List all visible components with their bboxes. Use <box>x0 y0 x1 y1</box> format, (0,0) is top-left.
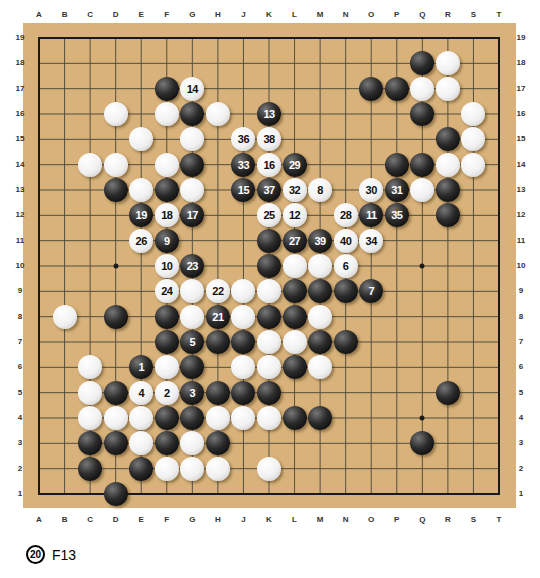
stone-black-K10 <box>257 254 281 278</box>
stone-white-E5: 4 <box>129 381 153 405</box>
row-label-left-3: 3 <box>18 439 22 447</box>
row-label-right-8: 8 <box>519 313 523 321</box>
col-label-bottom-K: K <box>266 516 272 524</box>
stone-black-L11: 27 <box>283 229 307 253</box>
stone-white-C5 <box>78 381 102 405</box>
row-label-right-9: 9 <box>519 287 523 295</box>
stone-white-B8 <box>53 305 77 329</box>
row-label-right-15: 15 <box>517 135 526 143</box>
stone-black-Q14 <box>410 153 434 177</box>
move-coordinate-text: F13 <box>52 547 76 563</box>
col-label-top-J: J <box>241 11 245 19</box>
stone-white-F16 <box>155 102 179 126</box>
col-label-bottom-M: M <box>317 516 324 524</box>
col-label-top-K: K <box>266 11 272 19</box>
row-label-left-9: 9 <box>18 287 22 295</box>
row-label-right-14: 14 <box>517 161 526 169</box>
stone-white-L7 <box>283 330 307 354</box>
stone-white-N12: 28 <box>334 203 358 227</box>
col-label-bottom-H: H <box>215 516 221 524</box>
row-label-left-5: 5 <box>18 389 22 397</box>
stone-black-N7 <box>334 330 358 354</box>
stone-black-D1 <box>104 482 128 506</box>
col-label-top-Q: Q <box>419 11 425 19</box>
row-label-right-2: 2 <box>519 465 523 473</box>
col-label-top-B: B <box>62 11 68 19</box>
row-label-left-18: 18 <box>16 59 25 67</box>
stone-white-G8 <box>180 305 204 329</box>
stone-black-F3 <box>155 431 179 455</box>
row-label-right-17: 17 <box>517 85 526 93</box>
stone-black-H8: 21 <box>206 305 230 329</box>
col-label-bottom-S: S <box>471 516 476 524</box>
col-label-top-E: E <box>139 11 144 19</box>
stone-white-C14 <box>78 153 102 177</box>
row-label-left-12: 12 <box>16 211 25 219</box>
stone-black-O17 <box>359 77 383 101</box>
stone-black-J14: 33 <box>231 153 255 177</box>
stone-white-F6 <box>155 355 179 379</box>
stone-black-L9 <box>283 279 307 303</box>
col-label-top-T: T <box>497 11 502 19</box>
stone-black-D5 <box>104 381 128 405</box>
move-number-badge: 20 <box>26 545 45 564</box>
col-label-top-M: M <box>317 11 324 19</box>
stone-white-F2 <box>155 457 179 481</box>
stone-black-J5 <box>231 381 255 405</box>
row-label-left-1: 1 <box>18 490 22 498</box>
stone-white-K4 <box>257 406 281 430</box>
stone-black-D3 <box>104 431 128 455</box>
col-label-top-A: A <box>36 11 42 19</box>
move-caption: 20 F13 <box>26 545 76 564</box>
row-label-left-2: 2 <box>18 465 22 473</box>
star-point-Q4 <box>420 415 425 420</box>
stone-white-C4 <box>78 406 102 430</box>
row-label-left-6: 6 <box>18 363 22 371</box>
stone-black-F4 <box>155 406 179 430</box>
stone-white-F9: 24 <box>155 279 179 303</box>
row-label-left-17: 17 <box>16 85 25 93</box>
stone-black-P13: 31 <box>385 178 409 202</box>
stone-white-F5: 2 <box>155 381 179 405</box>
stone-white-L13: 32 <box>283 178 307 202</box>
stone-white-G17: 14 <box>180 77 204 101</box>
col-label-top-H: H <box>215 11 221 19</box>
col-label-bottom-R: R <box>445 516 451 524</box>
col-label-bottom-E: E <box>139 516 144 524</box>
row-label-left-11: 11 <box>16 237 24 245</box>
stone-black-F13 <box>155 178 179 202</box>
row-label-right-4: 4 <box>519 414 523 422</box>
row-label-right-1: 1 <box>519 490 523 498</box>
stone-white-J8 <box>231 305 255 329</box>
row-label-right-13: 13 <box>517 186 526 194</box>
stone-black-M4 <box>308 406 332 430</box>
stone-black-L4 <box>283 406 307 430</box>
stone-white-E11: 26 <box>129 229 153 253</box>
col-label-top-P: P <box>394 11 399 19</box>
stone-black-D13 <box>104 178 128 202</box>
stone-black-P14 <box>385 153 409 177</box>
stone-white-M10 <box>308 254 332 278</box>
stone-white-F10: 10 <box>155 254 179 278</box>
col-label-bottom-L: L <box>292 516 297 524</box>
stone-white-H4 <box>206 406 230 430</box>
row-label-right-10: 10 <box>517 262 526 270</box>
stone-black-G14 <box>180 153 204 177</box>
col-label-top-G: G <box>189 11 195 19</box>
stone-black-H5 <box>206 381 230 405</box>
stone-black-P17 <box>385 77 409 101</box>
stone-white-D14 <box>104 153 128 177</box>
row-label-right-12: 12 <box>517 211 526 219</box>
col-label-bottom-A: A <box>36 516 42 524</box>
stone-white-M13: 8 <box>308 178 332 202</box>
stone-black-H7 <box>206 330 230 354</box>
stone-black-M7 <box>308 330 332 354</box>
go-diagram-screen: AABBCCDDEEFFGGHHJJKKLLMMNNOOPPQQRRSSTT19… <box>0 0 540 578</box>
stone-black-E2 <box>129 457 153 481</box>
col-label-bottom-C: C <box>87 516 93 524</box>
row-label-right-16: 16 <box>517 110 526 118</box>
stone-black-D8 <box>104 305 128 329</box>
stone-black-F8 <box>155 305 179 329</box>
row-label-left-15: 15 <box>16 135 25 143</box>
stone-black-F7 <box>155 330 179 354</box>
stone-white-M8 <box>308 305 332 329</box>
stone-white-R14 <box>436 153 460 177</box>
stone-black-K13: 37 <box>257 178 281 202</box>
row-label-right-19: 19 <box>517 34 526 42</box>
stone-white-O11: 34 <box>359 229 383 253</box>
row-label-left-19: 19 <box>16 34 25 42</box>
stone-white-N11: 40 <box>334 229 358 253</box>
col-label-top-R: R <box>445 11 451 19</box>
col-label-bottom-D: D <box>113 516 119 524</box>
row-label-left-10: 10 <box>16 262 25 270</box>
col-label-bottom-Q: Q <box>419 516 425 524</box>
col-label-top-F: F <box>164 11 169 19</box>
col-label-bottom-J: J <box>241 516 245 524</box>
col-label-bottom-P: P <box>394 516 399 524</box>
stone-black-K11 <box>257 229 281 253</box>
col-label-bottom-B: B <box>62 516 68 524</box>
stone-white-Q17 <box>410 77 434 101</box>
stone-white-S14 <box>461 153 485 177</box>
stone-white-K2 <box>257 457 281 481</box>
row-label-right-3: 3 <box>519 439 523 447</box>
row-label-left-4: 4 <box>18 414 22 422</box>
stone-black-R13 <box>436 178 460 202</box>
stone-black-K16: 13 <box>257 102 281 126</box>
stone-black-K8 <box>257 305 281 329</box>
stone-black-N9 <box>334 279 358 303</box>
stone-white-F12: 18 <box>155 203 179 227</box>
col-label-bottom-O: O <box>368 516 374 524</box>
stone-white-H2 <box>206 457 230 481</box>
col-label-top-L: L <box>292 11 297 19</box>
stone-white-R17 <box>436 77 460 101</box>
stone-white-G2 <box>180 457 204 481</box>
col-label-bottom-T: T <box>497 516 502 524</box>
row-label-right-18: 18 <box>517 59 526 67</box>
row-label-right-5: 5 <box>519 389 523 397</box>
stone-black-K5 <box>257 381 281 405</box>
row-label-left-14: 14 <box>16 161 25 169</box>
stone-white-D4 <box>104 406 128 430</box>
row-label-right-6: 6 <box>519 363 523 371</box>
col-label-top-O: O <box>368 11 374 19</box>
stone-white-K14: 16 <box>257 153 281 177</box>
stone-black-L8 <box>283 305 307 329</box>
col-label-top-S: S <box>471 11 476 19</box>
row-label-left-16: 16 <box>16 110 25 118</box>
star-point-Q10 <box>420 263 425 268</box>
stone-black-L14: 29 <box>283 153 307 177</box>
row-label-left-7: 7 <box>18 338 22 346</box>
stone-black-F17 <box>155 77 179 101</box>
col-label-top-C: C <box>87 11 93 19</box>
stone-black-C2 <box>78 457 102 481</box>
stone-black-F11: 9 <box>155 229 179 253</box>
stone-black-P12: 35 <box>385 203 409 227</box>
stone-white-D16 <box>104 102 128 126</box>
col-label-top-D: D <box>113 11 119 19</box>
stone-black-G5: 3 <box>180 381 204 405</box>
stone-white-L10 <box>283 254 307 278</box>
col-label-bottom-F: F <box>164 516 169 524</box>
row-label-right-7: 7 <box>519 338 523 346</box>
col-label-bottom-G: G <box>189 516 195 524</box>
row-label-right-11: 11 <box>517 237 525 245</box>
stone-white-H16 <box>206 102 230 126</box>
stone-white-K7 <box>257 330 281 354</box>
star-point-D10 <box>113 263 118 268</box>
stone-black-R5 <box>436 381 460 405</box>
row-label-left-13: 13 <box>16 186 25 194</box>
stone-black-L6 <box>283 355 307 379</box>
row-label-left-8: 8 <box>18 313 22 321</box>
col-label-top-N: N <box>343 11 349 19</box>
stone-white-F14 <box>155 153 179 177</box>
stone-white-N10: 6 <box>334 254 358 278</box>
stone-black-M11: 39 <box>308 229 332 253</box>
stone-white-L12: 12 <box>283 203 307 227</box>
col-label-bottom-N: N <box>343 516 349 524</box>
